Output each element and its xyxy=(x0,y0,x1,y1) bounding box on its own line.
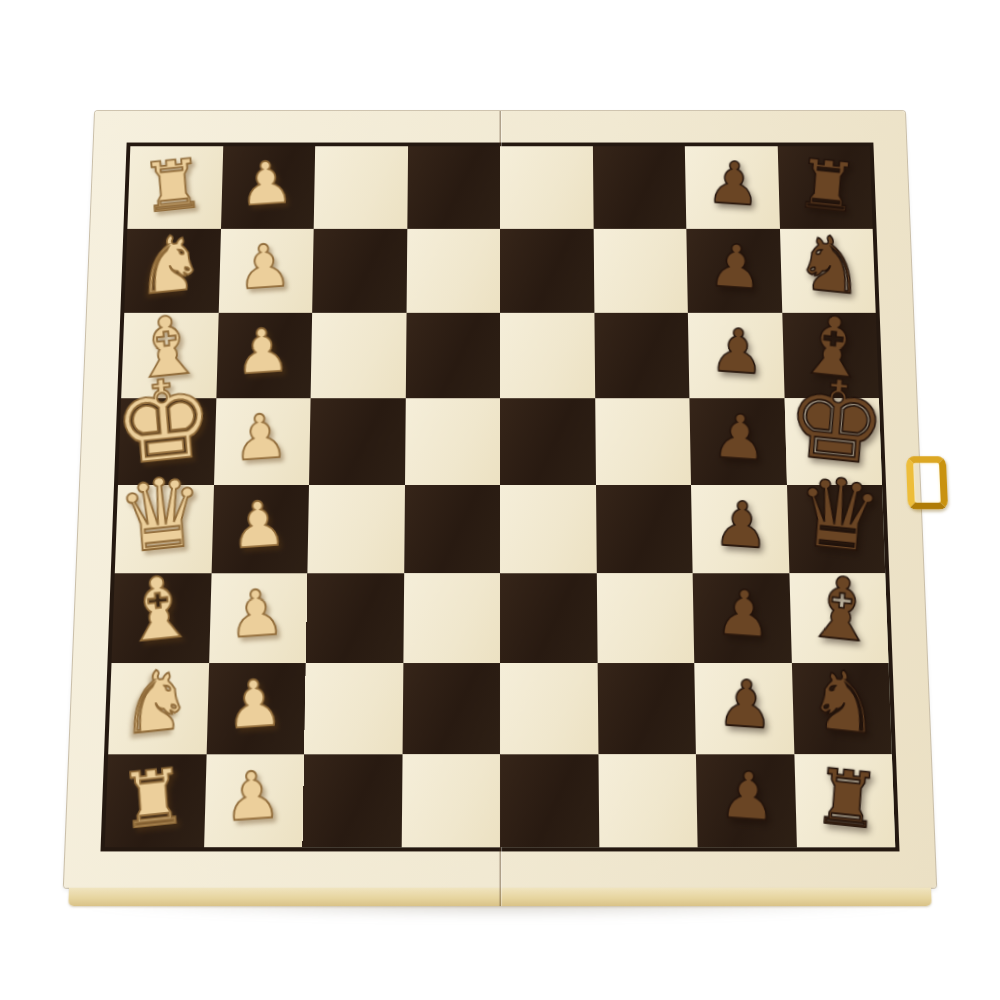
piece-white-pawn[interactable]: ♟ xyxy=(229,494,288,557)
square-b4[interactable] xyxy=(402,663,500,754)
square-g5[interactable] xyxy=(500,229,594,313)
board-3d-wrapper: ♜♟♟♜♞♟♟♞♝♟♟♝♚♟♟♚♛♟♟♛♝♟♟♝♞♟♟♞♜♟♟♜ xyxy=(64,111,936,888)
piece-black-queen[interactable]: ♛ xyxy=(792,465,886,566)
square-h7[interactable]: ♟ xyxy=(685,146,780,229)
square-a3[interactable] xyxy=(302,754,402,847)
piece-black-pawn[interactable]: ♟ xyxy=(705,155,762,214)
square-h6[interactable] xyxy=(592,146,686,229)
square-d7[interactable]: ♟ xyxy=(691,485,789,573)
square-h5[interactable] xyxy=(500,146,593,229)
square-f7[interactable]: ♟ xyxy=(688,313,784,398)
square-g6[interactable] xyxy=(593,229,688,313)
square-e5[interactable] xyxy=(500,398,596,485)
square-h3[interactable] xyxy=(314,146,408,229)
square-g7[interactable]: ♟ xyxy=(686,229,781,313)
square-g2[interactable]: ♟ xyxy=(218,229,313,313)
square-e3[interactable] xyxy=(309,398,405,485)
piece-white-bishop[interactable]: ♝ xyxy=(118,566,200,655)
scene: ♜♟♟♜♞♟♟♞♝♟♟♝♚♟♟♚♛♟♟♛♝♟♟♝♞♟♟♞♜♟♟♜ xyxy=(0,0,1000,1000)
square-b7[interactable]: ♟ xyxy=(694,663,794,754)
piece-black-pawn[interactable]: ♟ xyxy=(707,238,764,298)
square-a5[interactable] xyxy=(500,754,599,847)
square-a1[interactable]: ♜ xyxy=(105,754,206,847)
piece-white-knight[interactable]: ♞ xyxy=(116,660,195,746)
square-d2[interactable]: ♟ xyxy=(211,485,309,573)
board-grid: ♜♟♟♜♞♟♟♞♝♟♟♝♚♟♟♚♛♟♟♛♝♟♟♝♞♟♟♞♜♟♟♜ xyxy=(105,146,895,847)
board: ♜♟♟♜♞♟♟♞♝♟♟♝♚♟♟♚♛♟♟♛♝♟♟♝♞♟♟♞♜♟♟♜ xyxy=(64,111,936,888)
piece-black-pawn[interactable]: ♟ xyxy=(712,494,771,557)
square-h8[interactable]: ♜ xyxy=(777,146,872,229)
square-a2[interactable]: ♟ xyxy=(204,754,304,847)
square-c5[interactable] xyxy=(500,573,597,663)
square-d6[interactable] xyxy=(596,485,693,573)
square-h4[interactable] xyxy=(407,146,500,229)
piece-white-pawn[interactable]: ♟ xyxy=(234,322,292,383)
piece-black-rook[interactable]: ♜ xyxy=(811,759,882,838)
square-f4[interactable] xyxy=(405,313,500,398)
piece-black-pawn[interactable]: ♟ xyxy=(717,764,777,830)
piece-black-bishop[interactable]: ♝ xyxy=(801,566,883,655)
square-a6[interactable] xyxy=(598,754,698,847)
square-e2[interactable]: ♟ xyxy=(214,398,311,485)
piece-white-pawn[interactable]: ♟ xyxy=(227,583,286,647)
square-e6[interactable] xyxy=(595,398,691,485)
square-a7[interactable]: ♟ xyxy=(696,754,796,847)
square-b3[interactable] xyxy=(304,663,403,754)
square-e4[interactable] xyxy=(405,398,501,485)
square-c8[interactable]: ♝ xyxy=(789,573,889,663)
square-g3[interactable] xyxy=(312,229,407,313)
piece-white-pawn[interactable]: ♟ xyxy=(232,407,290,469)
square-h2[interactable]: ♟ xyxy=(221,146,316,229)
square-b6[interactable] xyxy=(597,663,696,754)
square-a4[interactable] xyxy=(401,754,500,847)
square-d3[interactable] xyxy=(307,485,404,573)
square-e7[interactable]: ♟ xyxy=(689,398,786,485)
square-c6[interactable] xyxy=(596,573,694,663)
piece-black-pawn[interactable]: ♟ xyxy=(708,322,766,383)
square-f3[interactable] xyxy=(311,313,406,398)
piece-black-pawn[interactable]: ♟ xyxy=(710,407,768,469)
square-f2[interactable]: ♟ xyxy=(216,313,312,398)
square-b1[interactable]: ♞ xyxy=(108,663,208,754)
brass-clasp xyxy=(906,456,948,510)
piece-white-knight[interactable]: ♞ xyxy=(132,226,208,305)
piece-black-pawn[interactable]: ♟ xyxy=(714,583,773,647)
square-d4[interactable] xyxy=(404,485,500,573)
piece-black-rook[interactable]: ♜ xyxy=(794,151,861,221)
piece-black-knight[interactable]: ♞ xyxy=(805,660,884,746)
piece-white-pawn[interactable]: ♟ xyxy=(223,764,283,830)
piece-white-rook[interactable]: ♜ xyxy=(139,151,206,221)
square-c1[interactable]: ♝ xyxy=(112,573,212,663)
square-a8[interactable]: ♜ xyxy=(794,754,895,847)
square-b2[interactable]: ♟ xyxy=(206,663,306,754)
square-b5[interactable] xyxy=(500,663,598,754)
piece-white-pawn[interactable]: ♟ xyxy=(238,155,295,214)
piece-white-pawn[interactable]: ♟ xyxy=(236,238,293,298)
square-c2[interactable]: ♟ xyxy=(209,573,308,663)
square-b8[interactable]: ♞ xyxy=(791,663,891,754)
piece-black-pawn[interactable]: ♟ xyxy=(716,673,776,738)
square-h1[interactable]: ♜ xyxy=(127,146,222,229)
square-c7[interactable]: ♟ xyxy=(693,573,792,663)
square-f5[interactable] xyxy=(500,313,595,398)
board-frame: ♜♟♟♜♞♟♟♞♝♟♟♝♚♟♟♚♛♟♟♛♝♟♟♝♞♟♟♞♜♟♟♜ xyxy=(100,143,899,852)
square-c3[interactable] xyxy=(306,573,404,663)
square-g4[interactable] xyxy=(406,229,500,313)
piece-white-rook[interactable]: ♜ xyxy=(117,759,188,838)
piece-white-queen[interactable]: ♛ xyxy=(114,465,208,566)
square-f6[interactable] xyxy=(594,313,689,398)
square-d5[interactable] xyxy=(500,485,596,573)
square-c4[interactable] xyxy=(403,573,500,663)
piece-white-pawn[interactable]: ♟ xyxy=(225,673,285,738)
piece-black-knight[interactable]: ♞ xyxy=(792,226,868,305)
